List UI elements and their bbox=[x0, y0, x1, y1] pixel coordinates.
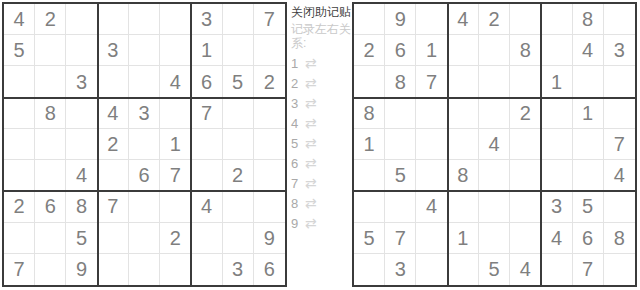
left-cell-r7c5[interactable] bbox=[129, 191, 160, 222]
right-cell-r6c1[interactable] bbox=[354, 160, 385, 191]
swap-arrows-icon[interactable]: ⇄ bbox=[305, 156, 317, 170]
left-cell-r7c4[interactable]: 7 bbox=[98, 191, 129, 222]
right-cell-r4c4[interactable] bbox=[448, 98, 479, 129]
right-cell-r3c8[interactable] bbox=[573, 66, 604, 97]
mapping-item-5: 5⇄ bbox=[291, 133, 351, 153]
left-cell-r8c2[interactable] bbox=[35, 223, 66, 254]
mapping-digit-label: 1 bbox=[291, 56, 300, 71]
right-cell-r2c6[interactable]: 8 bbox=[510, 35, 541, 66]
right-cell-r7c5[interactable] bbox=[479, 191, 510, 222]
right-cell-r2c9[interactable]: 3 bbox=[604, 35, 635, 66]
right-cell-r1c9[interactable] bbox=[604, 4, 635, 35]
right-cell-r3c1[interactable] bbox=[354, 66, 385, 97]
left-cell-r9c8[interactable]: 3 bbox=[223, 254, 254, 285]
left-cell-r8c7[interactable] bbox=[191, 223, 222, 254]
right-cell-r9c1[interactable] bbox=[354, 254, 385, 285]
left-cell-r3c6[interactable]: 4 bbox=[160, 66, 191, 97]
right-cell-r8c4[interactable]: 1 bbox=[448, 223, 479, 254]
mapping-item-3: 3⇄ bbox=[291, 93, 351, 113]
right-cell-r6c3[interactable] bbox=[416, 160, 447, 191]
left-cell-r9c1[interactable]: 7 bbox=[4, 254, 35, 285]
right-cell-r3c3[interactable]: 7 bbox=[416, 66, 447, 97]
left-cell-r9c2[interactable] bbox=[35, 254, 66, 285]
right-cell-r1c1[interactable] bbox=[354, 4, 385, 35]
right-cell-r3c9[interactable] bbox=[604, 66, 635, 97]
left-cell-r4c9[interactable] bbox=[254, 98, 285, 129]
right-cell-r6c6[interactable] bbox=[510, 160, 541, 191]
swap-arrows-icon[interactable]: ⇄ bbox=[305, 196, 317, 210]
right-cell-r4c5[interactable] bbox=[479, 98, 510, 129]
mapping-digit-label: 6 bbox=[291, 156, 300, 171]
right-cell-r3c6[interactable] bbox=[510, 66, 541, 97]
right-cell-r6c9[interactable]: 4 bbox=[604, 160, 635, 191]
left-cell-r4c7[interactable]: 7 bbox=[191, 98, 222, 129]
right-cell-r8c3[interactable] bbox=[416, 223, 447, 254]
left-cell-r6c2[interactable] bbox=[35, 160, 66, 191]
left-cell-r5c5[interactable] bbox=[129, 129, 160, 160]
right-cell-r5c2[interactable] bbox=[385, 129, 416, 160]
left-cell-r9c5[interactable] bbox=[129, 254, 160, 285]
right-cell-r5c9[interactable]: 7 bbox=[604, 129, 635, 160]
left-cell-r2c1[interactable]: 5 bbox=[4, 35, 35, 66]
right-cell-r7c2[interactable] bbox=[385, 191, 416, 222]
right-cell-r1c5[interactable]: 2 bbox=[479, 4, 510, 35]
right-cell-r9c7[interactable] bbox=[541, 254, 572, 285]
right-cell-r8c5[interactable] bbox=[479, 223, 510, 254]
left-cell-r7c8[interactable] bbox=[223, 191, 254, 222]
right-cell-r2c5[interactable] bbox=[479, 35, 510, 66]
left-cell-r5c3[interactable] bbox=[66, 129, 97, 160]
right-cell-r1c2[interactable]: 9 bbox=[385, 4, 416, 35]
left-cell-r2c3[interactable] bbox=[66, 35, 97, 66]
mapping-item-2: 2⇄ bbox=[291, 73, 351, 93]
mapping-digit-label: 8 bbox=[291, 196, 300, 211]
right-cell-r1c7[interactable] bbox=[541, 4, 572, 35]
mapping-note-label: 记录左右关系: bbox=[291, 22, 351, 50]
left-cell-r6c5[interactable]: 6 bbox=[129, 160, 160, 191]
left-cell-r2c6[interactable] bbox=[160, 35, 191, 66]
right-cell-r4c7[interactable] bbox=[541, 98, 572, 129]
right-cell-r7c8[interactable]: 5 bbox=[573, 191, 604, 222]
left-cell-r4c6[interactable] bbox=[160, 98, 191, 129]
right-cell-r5c1[interactable]: 1 bbox=[354, 129, 385, 160]
left-cell-r2c2[interactable] bbox=[35, 35, 66, 66]
mapping-digit-label: 5 bbox=[291, 136, 300, 151]
left-cell-r3c2[interactable] bbox=[35, 66, 66, 97]
right-cell-r2c4[interactable] bbox=[448, 35, 479, 66]
right-cell-r8c7[interactable]: 4 bbox=[541, 223, 572, 254]
right-cell-r5c3[interactable] bbox=[416, 129, 447, 160]
right-cell-r7c9[interactable] bbox=[604, 191, 635, 222]
left-cell-r1c5[interactable] bbox=[129, 4, 160, 35]
right-cell-r9c2[interactable]: 3 bbox=[385, 254, 416, 285]
left-cell-r2c7[interactable]: 1 bbox=[191, 35, 222, 66]
right-cell-r3c5[interactable] bbox=[479, 66, 510, 97]
left-cell-r2c9[interactable] bbox=[254, 35, 285, 66]
left-cell-r3c3[interactable]: 3 bbox=[66, 66, 97, 97]
right-cell-r4c2[interactable] bbox=[385, 98, 416, 129]
left-cell-r1c1[interactable]: 4 bbox=[4, 4, 35, 35]
left-cell-r8c9[interactable]: 9 bbox=[254, 223, 285, 254]
left-cell-r7c2[interactable]: 6 bbox=[35, 191, 66, 222]
left-cell-r6c6[interactable]: 7 bbox=[160, 160, 191, 191]
mapping-digit-label: 4 bbox=[291, 116, 300, 131]
swap-arrows-icon[interactable]: ⇄ bbox=[305, 136, 317, 150]
right-cell-r9c5[interactable]: 5 bbox=[479, 254, 510, 285]
right-cell-r5c6[interactable] bbox=[510, 129, 541, 160]
right-cell-r2c1[interactable]: 2 bbox=[354, 35, 385, 66]
left-cell-r6c7[interactable] bbox=[191, 160, 222, 191]
right-cell-r2c7[interactable] bbox=[541, 35, 572, 66]
left-cell-r2c4[interactable]: 3 bbox=[98, 35, 129, 66]
left-cell-r3c7[interactable]: 6 bbox=[191, 66, 222, 97]
right-cell-r9c6[interactable]: 4 bbox=[510, 254, 541, 285]
mapping-item-6: 6⇄ bbox=[291, 153, 351, 173]
left-cell-r8c5[interactable] bbox=[129, 223, 160, 254]
right-cell-r9c3[interactable] bbox=[416, 254, 447, 285]
left-cell-r4c3[interactable] bbox=[66, 98, 97, 129]
left-cell-r4c1[interactable] bbox=[4, 98, 35, 129]
left-cell-r3c1[interactable] bbox=[4, 66, 35, 97]
swap-arrows-icon[interactable]: ⇄ bbox=[305, 96, 317, 110]
right-cell-r7c7[interactable]: 3 bbox=[541, 191, 572, 222]
left-cell-r1c6[interactable] bbox=[160, 4, 191, 35]
right-cell-r4c8[interactable]: 1 bbox=[573, 98, 604, 129]
left-cell-r3c5[interactable] bbox=[129, 66, 160, 97]
left-cell-r4c5[interactable]: 3 bbox=[129, 98, 160, 129]
left-cell-r3c8[interactable]: 5 bbox=[223, 66, 254, 97]
left-cell-r4c4[interactable]: 4 bbox=[98, 98, 129, 129]
right-cell-r6c4[interactable]: 8 bbox=[448, 160, 479, 191]
left-cell-r5c4[interactable]: 2 bbox=[98, 129, 129, 160]
right-cell-r7c6[interactable] bbox=[510, 191, 541, 222]
right-cell-r5c5[interactable]: 4 bbox=[479, 129, 510, 160]
close-mnemonic-link[interactable]: 关闭助记贴 bbox=[291, 5, 351, 19]
right-cell-r9c9[interactable] bbox=[604, 254, 635, 285]
swap-arrows-icon[interactable]: ⇄ bbox=[305, 76, 317, 90]
right-cell-r9c8[interactable]: 7 bbox=[573, 254, 604, 285]
left-cell-r9c9[interactable]: 6 bbox=[254, 254, 285, 285]
sudoku-board-right: 94282618438718211475844355714683547 bbox=[352, 2, 637, 287]
mapping-item-8: 8⇄ bbox=[291, 193, 351, 213]
left-cell-r9c7[interactable] bbox=[191, 254, 222, 285]
right-cell-r8c9[interactable]: 8 bbox=[604, 223, 635, 254]
mnemonic-panel: 关闭助记贴 记录左右关系: 1⇄2⇄3⇄4⇄5⇄6⇄7⇄8⇄9⇄ bbox=[291, 5, 351, 233]
right-cell-r1c8[interactable]: 8 bbox=[573, 4, 604, 35]
left-cell-r8c3[interactable]: 5 bbox=[66, 223, 97, 254]
right-cell-r4c1[interactable]: 8 bbox=[354, 98, 385, 129]
left-cell-r1c4[interactable] bbox=[98, 4, 129, 35]
left-cell-r8c6[interactable]: 2 bbox=[160, 223, 191, 254]
right-cell-r8c8[interactable]: 6 bbox=[573, 223, 604, 254]
right-cell-r5c4[interactable] bbox=[448, 129, 479, 160]
right-cell-r7c3[interactable]: 4 bbox=[416, 191, 447, 222]
right-cell-r2c8[interactable]: 4 bbox=[573, 35, 604, 66]
mapping-item-4: 4⇄ bbox=[291, 113, 351, 133]
left-cell-r7c7[interactable]: 4 bbox=[191, 191, 222, 222]
left-cell-r7c9[interactable] bbox=[254, 191, 285, 222]
left-cell-r2c5[interactable] bbox=[129, 35, 160, 66]
left-cell-r6c8[interactable]: 2 bbox=[223, 160, 254, 191]
left-cell-r6c4[interactable] bbox=[98, 160, 129, 191]
right-cell-r6c5[interactable] bbox=[479, 160, 510, 191]
right-cell-r8c2[interactable]: 7 bbox=[385, 223, 416, 254]
right-cell-r4c3[interactable] bbox=[416, 98, 447, 129]
left-cell-r7c6[interactable] bbox=[160, 191, 191, 222]
mapping-item-1: 1⇄ bbox=[291, 53, 351, 73]
swap-arrows-icon[interactable]: ⇄ bbox=[305, 176, 317, 190]
swap-arrows-icon[interactable]: ⇄ bbox=[305, 116, 317, 130]
left-cell-r6c9[interactable] bbox=[254, 160, 285, 191]
left-cell-r9c4[interactable] bbox=[98, 254, 129, 285]
left-cell-r1c7[interactable]: 3 bbox=[191, 4, 222, 35]
right-cell-r5c8[interactable] bbox=[573, 129, 604, 160]
mapping-digit-label: 7 bbox=[291, 176, 300, 191]
right-cell-r6c7[interactable] bbox=[541, 160, 572, 191]
left-cell-r9c6[interactable] bbox=[160, 254, 191, 285]
left-cell-r7c1[interactable]: 2 bbox=[4, 191, 35, 222]
left-cell-r5c8[interactable] bbox=[223, 129, 254, 160]
right-cell-r3c7[interactable]: 1 bbox=[541, 66, 572, 97]
left-cell-r1c9[interactable]: 7 bbox=[254, 4, 285, 35]
right-cell-r1c6[interactable] bbox=[510, 4, 541, 35]
left-cell-r5c2[interactable] bbox=[35, 129, 66, 160]
right-cell-r7c4[interactable] bbox=[448, 191, 479, 222]
mapping-item-9: 9⇄ bbox=[291, 213, 351, 233]
left-cell-r4c2[interactable]: 8 bbox=[35, 98, 66, 129]
right-cell-r2c2[interactable]: 6 bbox=[385, 35, 416, 66]
digit-mapping-list: 1⇄2⇄3⇄4⇄5⇄6⇄7⇄8⇄9⇄ bbox=[291, 53, 351, 233]
right-cell-r8c6[interactable] bbox=[510, 223, 541, 254]
right-cell-r9c4[interactable] bbox=[448, 254, 479, 285]
left-cell-r3c9[interactable]: 2 bbox=[254, 66, 285, 97]
left-cell-r5c9[interactable] bbox=[254, 129, 285, 160]
right-cell-r3c4[interactable] bbox=[448, 66, 479, 97]
right-cell-r6c8[interactable] bbox=[573, 160, 604, 191]
left-cell-r5c7[interactable] bbox=[191, 129, 222, 160]
right-cell-r1c4[interactable]: 4 bbox=[448, 4, 479, 35]
left-cell-r5c6[interactable]: 1 bbox=[160, 129, 191, 160]
left-cell-r1c3[interactable] bbox=[66, 4, 97, 35]
left-cell-r6c3[interactable]: 4 bbox=[66, 160, 97, 191]
left-cell-r3c4[interactable] bbox=[98, 66, 129, 97]
right-cell-r5c7[interactable] bbox=[541, 129, 572, 160]
right-cell-r3c2[interactable]: 8 bbox=[385, 66, 416, 97]
left-cell-r2c8[interactable] bbox=[223, 35, 254, 66]
right-cell-r7c1[interactable] bbox=[354, 191, 385, 222]
mapping-digit-label: 9 bbox=[291, 216, 300, 231]
mapping-item-7: 7⇄ bbox=[291, 173, 351, 193]
left-cell-r6c1[interactable] bbox=[4, 160, 35, 191]
right-cell-r6c2[interactable]: 5 bbox=[385, 160, 416, 191]
left-cell-r8c1[interactable] bbox=[4, 223, 35, 254]
swap-arrows-icon[interactable]: ⇄ bbox=[305, 56, 317, 70]
left-cell-r8c8[interactable] bbox=[223, 223, 254, 254]
left-cell-r4c8[interactable] bbox=[223, 98, 254, 129]
right-cell-r8c1[interactable]: 5 bbox=[354, 223, 385, 254]
left-cell-r1c8[interactable] bbox=[223, 4, 254, 35]
right-cell-r2c3[interactable]: 1 bbox=[416, 35, 447, 66]
mapping-digit-label: 3 bbox=[291, 96, 300, 111]
right-cell-r4c9[interactable] bbox=[604, 98, 635, 129]
left-cell-r5c1[interactable] bbox=[4, 129, 35, 160]
left-cell-r1c2[interactable]: 2 bbox=[35, 4, 66, 35]
sudoku-board-left: 4237531346528437214672268745297936 bbox=[2, 2, 287, 287]
left-cell-r9c3[interactable]: 9 bbox=[66, 254, 97, 285]
left-cell-r7c3[interactable]: 8 bbox=[66, 191, 97, 222]
mapping-digit-label: 2 bbox=[291, 76, 300, 91]
swap-arrows-icon[interactable]: ⇄ bbox=[305, 216, 317, 230]
right-cell-r1c3[interactable] bbox=[416, 4, 447, 35]
left-cell-r8c4[interactable] bbox=[98, 223, 129, 254]
right-cell-r4c6[interactable]: 2 bbox=[510, 98, 541, 129]
